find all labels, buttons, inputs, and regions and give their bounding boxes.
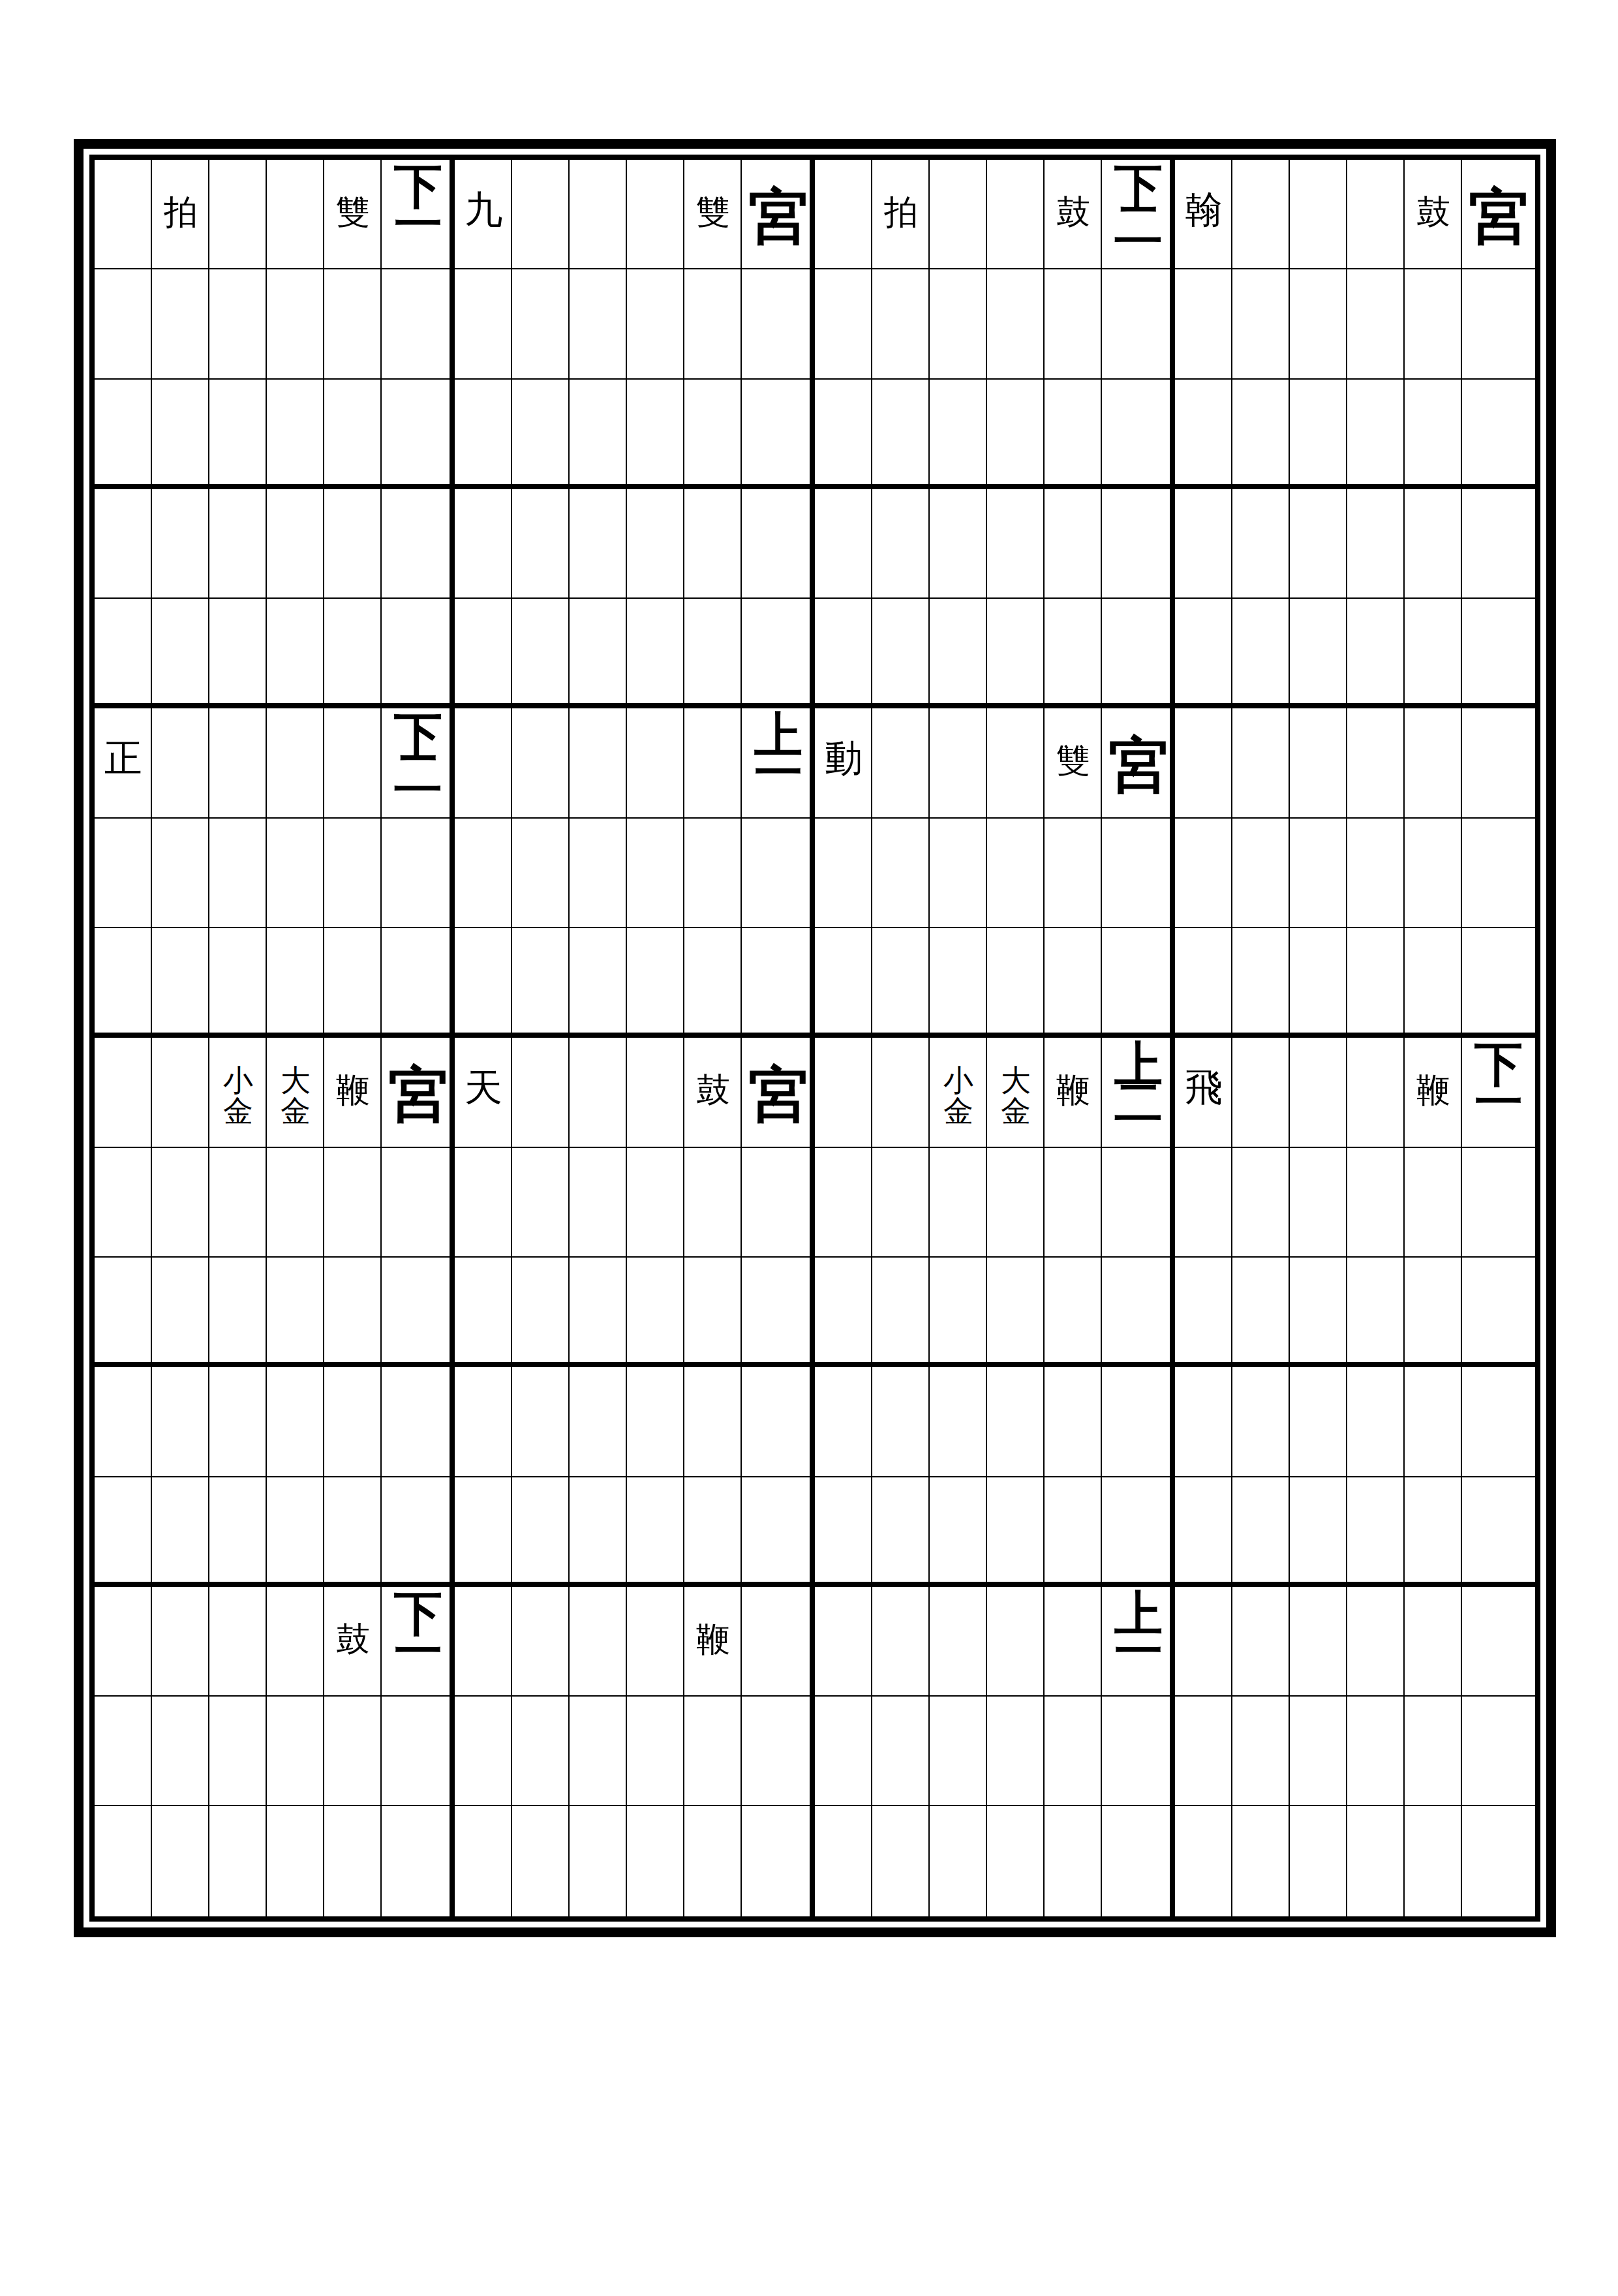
jeonggan-cell: [930, 1038, 987, 1147]
jeonggan-cell: [1102, 1258, 1175, 1367]
jeonggan-cell: [987, 708, 1045, 818]
jeonggan-cell: [95, 1697, 152, 1806]
jeonggan-cell: [95, 1148, 152, 1258]
jeonggan-cell: [512, 928, 570, 1038]
jeonggan-cell: [1462, 489, 1535, 599]
jeonggan-cell: [872, 1367, 930, 1477]
jeonggan-cell: [1347, 1697, 1405, 1806]
jeonggan-cell: [815, 1148, 872, 1258]
jeonggan-cell: [95, 1367, 152, 1477]
jeonggan-cell: [1045, 1697, 1102, 1806]
jeonggan-cell: [987, 1587, 1045, 1697]
jeonggan-cell: [1290, 1477, 1347, 1587]
jeonggan-cell: [267, 599, 324, 708]
jeongganbo-score-board: 拍雙下一九雙宮拍鼓下二翰鼓宮正下二上一動雙宮小金大金鞭宮天鼓宮小金大金鞭上二飛鞭…: [74, 139, 1556, 1937]
jeonggan-cell: [930, 708, 987, 818]
jeonggan-cell: [1102, 1038, 1175, 1147]
jeonggan-cell: [1232, 928, 1290, 1038]
jeonggan-cell: [1175, 160, 1232, 269]
jeonggan-cell: [324, 599, 382, 708]
jeonggan-cell: [1232, 819, 1290, 928]
jeonggan-cell: [987, 160, 1045, 269]
jeonggan-cell: [684, 1697, 742, 1806]
jeonggan-cell: [742, 1367, 815, 1477]
jeonggan-cell: [455, 1587, 512, 1697]
jeonggan-cell: [95, 269, 152, 379]
jeonggan-cell: [1405, 1697, 1462, 1806]
jeonggan-cell: [742, 599, 815, 708]
jeonggan-cell: [1045, 1587, 1102, 1697]
jeonggan-cell: [570, 928, 627, 1038]
jeonggan-cell: [627, 269, 684, 379]
jeonggan-cell: [512, 1806, 570, 1916]
jeonggan-cell: [742, 1697, 815, 1806]
jeonggan-cell: [1405, 380, 1462, 489]
jeonggan-cell: [324, 1477, 382, 1587]
jeonggan-cell: [815, 1367, 872, 1477]
jeonggan-cell: [987, 928, 1045, 1038]
jeonggan-cell: [455, 928, 512, 1038]
jeonggan-cell: [512, 1258, 570, 1367]
jeonggan-cell: [209, 489, 267, 599]
jeonggan-cell: [872, 160, 930, 269]
jeonggan-cell: [95, 1258, 152, 1367]
jeonggan-cell: [1175, 380, 1232, 489]
jeonggan-cell: [742, 269, 815, 379]
jeonggan-cell: [930, 160, 987, 269]
jeonggan-cell: [872, 489, 930, 599]
jeonggan-cell: [324, 1258, 382, 1367]
jeonggan-cell: [1232, 1148, 1290, 1258]
jeonggan-cell: [742, 819, 815, 928]
jeonggan-cell: [684, 708, 742, 818]
page: { "game": "jeongganbo (Korean court musi…: [0, 0, 1618, 2296]
jeonggan-cell: [872, 1258, 930, 1367]
jeonggan-cell: [267, 1477, 324, 1587]
jeonggan-cell: [1405, 599, 1462, 708]
jeonggan-cell: [1290, 708, 1347, 818]
jeonggan-cell: [742, 160, 815, 269]
jeonggan-cell: [1462, 160, 1535, 269]
jeonggan-cell: [152, 1806, 209, 1916]
jeonggan-cell: [872, 1477, 930, 1587]
jeonggan-cell: [570, 599, 627, 708]
jeonggan-cell: [1045, 1477, 1102, 1587]
jeonggan-cell: [382, 1587, 455, 1697]
jeonggan-cell: [1232, 599, 1290, 708]
jeonggan-cell: [627, 1697, 684, 1806]
jeonggan-cell: [872, 708, 930, 818]
jeonggan-cell: [1290, 1697, 1347, 1806]
jeonggan-cell: [930, 380, 987, 489]
jeonggan-cell: [872, 1148, 930, 1258]
jeonggan-cell: [382, 1258, 455, 1367]
jeonggan-cell: [95, 160, 152, 269]
jeonggan-cell: [267, 819, 324, 928]
jeonggan-cell: [1347, 1587, 1405, 1697]
jeonggan-cell: [872, 1697, 930, 1806]
jeonggan-cell: [930, 1806, 987, 1916]
jeonggan-cell: [930, 1587, 987, 1697]
jeonggan-cell: [1290, 160, 1347, 269]
jeonggan-cell: [1175, 819, 1232, 928]
jeonggan-cell: [987, 819, 1045, 928]
jeonggan-cell: [930, 1258, 987, 1367]
jeonggan-cell: [987, 599, 1045, 708]
jeonggan-cell: [324, 380, 382, 489]
jeonggan-cell: [1232, 1806, 1290, 1916]
jeonggan-cell: [1290, 1367, 1347, 1477]
jeonggan-cell: [512, 269, 570, 379]
jeonggan-cell: [1462, 1587, 1535, 1697]
jeonggan-cell: [872, 1806, 930, 1916]
jeonggan-cell: [1045, 1148, 1102, 1258]
jeonggan-cell: [152, 489, 209, 599]
jeonggan-cell: [987, 489, 1045, 599]
jeonggan-cell: [209, 1148, 267, 1258]
jeonggan-cell: [1232, 708, 1290, 818]
jeonggan-cell: [1232, 269, 1290, 379]
jeonggan-cell: [1102, 1367, 1175, 1477]
jeonggan-cell: [627, 928, 684, 1038]
jeonggan-cell: [1102, 599, 1175, 708]
jeonggan-cell: [742, 1477, 815, 1587]
jeonggan-cell: [267, 928, 324, 1038]
jeonggan-cell: [627, 160, 684, 269]
jeonggan-cell: [930, 1477, 987, 1587]
jeonggan-cell: [1462, 1477, 1535, 1587]
jeonggan-cell: [1462, 1697, 1535, 1806]
jeonggan-cell: [872, 1587, 930, 1697]
jeonggan-cell: [512, 1587, 570, 1697]
jeonggan-cell: [455, 1367, 512, 1477]
jeonggan-cell: [684, 1806, 742, 1916]
jeonggan-cell: [1347, 1148, 1405, 1258]
jeonggan-cell: [455, 1148, 512, 1258]
jeonggan-cell: [1462, 599, 1535, 708]
jeonggan-cell: [1102, 269, 1175, 379]
jeonggan-cell: [267, 380, 324, 489]
jeonggan-cell: [570, 1148, 627, 1258]
jeonggan-cell: [152, 1697, 209, 1806]
jeonggan-cell: [512, 160, 570, 269]
jeonggan-cell: [1462, 1258, 1535, 1367]
jeonggan-cell: [1462, 1038, 1535, 1147]
jeonggan-cell: [1405, 1587, 1462, 1697]
jeonggan-cell: [95, 380, 152, 489]
jeonggan-cell: [95, 1038, 152, 1147]
jeonggan-cell: [1347, 708, 1405, 818]
jeonggan-cell: [1175, 1038, 1232, 1147]
jeonggan-cell: [455, 269, 512, 379]
jeonggan-cell: [1462, 1806, 1535, 1916]
jeonggan-cell: [152, 380, 209, 489]
jeonggan-cell: [95, 708, 152, 818]
jeonggan-cell: [570, 1038, 627, 1147]
jeonggan-cell: [684, 1258, 742, 1367]
jeonggan-cell: [455, 1477, 512, 1587]
jeonggan-cell: [570, 819, 627, 928]
jeonggan-cell: [684, 928, 742, 1038]
jeonggan-cell: [684, 269, 742, 379]
jeonggan-cell: [1175, 928, 1232, 1038]
jeonggan-cell: [742, 1148, 815, 1258]
jeonggan-cell: [455, 708, 512, 818]
jeonggan-cell: [1175, 1148, 1232, 1258]
jeonggan-cell: [1045, 599, 1102, 708]
jeonggan-cell: [267, 489, 324, 599]
jeonggan-cell: [987, 380, 1045, 489]
jeonggan-cell: [570, 380, 627, 489]
jeonggan-cell: [267, 1258, 324, 1367]
jeonggan-cell: [1462, 708, 1535, 818]
jeonggan-cell: [324, 819, 382, 928]
jeonggan-cell: [627, 489, 684, 599]
jeonggan-cell: [512, 819, 570, 928]
jeonggan-cell: [1045, 1806, 1102, 1916]
jeonggan-cell: [1102, 1587, 1175, 1697]
jeonggan-cell: [382, 1806, 455, 1916]
jeonggan-cell: [1102, 1477, 1175, 1587]
jeonggan-cell: [152, 928, 209, 1038]
jeonggan-cell: [1405, 1148, 1462, 1258]
jeonggan-cell: [324, 1806, 382, 1916]
jeonggan-cell: [815, 1587, 872, 1697]
jeonggan-cell: [1045, 160, 1102, 269]
jeonggan-cell: [152, 1148, 209, 1258]
jeonggan-cell: [209, 269, 267, 379]
jeonggan-cell: [382, 380, 455, 489]
jeonggan-cell: [1290, 1258, 1347, 1367]
jeonggan-cell: [512, 489, 570, 599]
jeonggan-cell: [455, 1806, 512, 1916]
jeonggan-cell: [382, 819, 455, 928]
jeonggan-cell: [95, 1806, 152, 1916]
jeonggan-cell: [95, 599, 152, 708]
jeonggan-cell: [152, 269, 209, 379]
jeonggan-cell: [930, 599, 987, 708]
jeonggan-cell: [1045, 1258, 1102, 1367]
jeonggan-cell: [1232, 1587, 1290, 1697]
jeonggan-cell: [1347, 819, 1405, 928]
jeonggan-cell: [987, 1367, 1045, 1477]
jeonggan-cell: [455, 380, 512, 489]
jeonggan-cell: [987, 1806, 1045, 1916]
jeonggan-cell: [987, 1038, 1045, 1147]
jeonggan-cell: [627, 1038, 684, 1147]
jeonggan-cell: [1175, 489, 1232, 599]
jeonggan-cell: [1347, 1477, 1405, 1587]
jeonggan-cell: [815, 599, 872, 708]
jeonggan-cell: [324, 1697, 382, 1806]
jeonggan-cell: [742, 380, 815, 489]
jeonggan-cell: [324, 1367, 382, 1477]
jeonggan-cell: [209, 1258, 267, 1367]
jeonggan-cell: [684, 1587, 742, 1697]
jeonggan-cell: [1347, 599, 1405, 708]
jeonggan-cell: [209, 599, 267, 708]
jeonggan-cell: [512, 1477, 570, 1587]
jeonggan-cell: [1405, 489, 1462, 599]
jeonggan-cell: [1102, 928, 1175, 1038]
jeonggan-cell: [815, 1477, 872, 1587]
jeonggan-cell: [1290, 489, 1347, 599]
jeonggan-cell: [872, 380, 930, 489]
jeonggan-cell: [267, 1697, 324, 1806]
jeonggan-cell: [512, 380, 570, 489]
jeonggan-cell: [324, 1587, 382, 1697]
jeonggan-cell: [815, 380, 872, 489]
jeonggan-cell: [1232, 489, 1290, 599]
jeonggan-cell: [512, 1148, 570, 1258]
jeonggan-cell: [1405, 269, 1462, 379]
jeonggan-cell: [1290, 1806, 1347, 1916]
jeonggan-cell: [324, 708, 382, 818]
jeonggan-cell: [627, 819, 684, 928]
jeonggan-cell: [627, 1806, 684, 1916]
jeonggan-cell: [382, 599, 455, 708]
jeonggan-cell: [1462, 1148, 1535, 1258]
jeonggan-cell: [512, 1367, 570, 1477]
jeonggan-cell: [872, 928, 930, 1038]
jeonggan-cell: [684, 1367, 742, 1477]
jeonggan-cell: [1347, 928, 1405, 1038]
jeonggan-cell: [570, 1587, 627, 1697]
jeonggan-cell: [684, 380, 742, 489]
jeonggan-cell: [742, 1258, 815, 1367]
jeonggan-cell: [267, 1367, 324, 1477]
jeonggan-cell: [95, 1587, 152, 1697]
jeonggan-cell: [209, 708, 267, 818]
jeonggan-cell: [684, 1477, 742, 1587]
jeonggan-cell: [815, 1038, 872, 1147]
jeonggan-cell: [627, 599, 684, 708]
jeonggan-cell: [815, 708, 872, 818]
jeonggan-cell: [627, 1148, 684, 1258]
jeonggan-cell: [815, 819, 872, 928]
jeonggan-cell: [742, 489, 815, 599]
jeonggan-cell: [382, 269, 455, 379]
jeonggan-cell: [1045, 1038, 1102, 1147]
jeonggan-cell: [1045, 380, 1102, 489]
jeonggan-cell: [742, 928, 815, 1038]
jeonggan-cell: [684, 819, 742, 928]
jeonggan-cell: [1175, 1806, 1232, 1916]
jeonggan-cell: [930, 489, 987, 599]
jeonggan-cell: [1405, 1038, 1462, 1147]
jeonggan-cell: [209, 160, 267, 269]
jeonggan-cell: [1405, 819, 1462, 928]
jeonggan-cell: [152, 1367, 209, 1477]
jeonggan-cell: [627, 708, 684, 818]
jeonggan-cell: [152, 1038, 209, 1147]
jeonggan-cell: [267, 708, 324, 818]
jeonggan-cell: [152, 160, 209, 269]
jeonggan-cell: [209, 819, 267, 928]
jeonggan-cell: [1347, 269, 1405, 379]
jeonggan-cell: [872, 1038, 930, 1147]
jeonggan-cell: [324, 928, 382, 1038]
jeonggan-cell: [1232, 1477, 1290, 1587]
jeonggan-cell: [1102, 1697, 1175, 1806]
jeonggan-cell: [209, 928, 267, 1038]
jeonggan-cell: [382, 928, 455, 1038]
jeonggan-cell: [627, 1477, 684, 1587]
jeonggan-cell: [1175, 269, 1232, 379]
jeonggan-cell: [382, 489, 455, 599]
jeonggan-cell: [209, 1477, 267, 1587]
jeonggan-cell: [627, 1367, 684, 1477]
jeonggan-cell: [570, 1477, 627, 1587]
jeonggan-cell: [1102, 819, 1175, 928]
jeonggan-cell: [1405, 1477, 1462, 1587]
jeonggan-cell: [267, 1806, 324, 1916]
jeonggan-cell: [570, 160, 627, 269]
jeonggan-cell: [1102, 1806, 1175, 1916]
jeonggan-cell: [930, 1367, 987, 1477]
jeonggan-cell: [455, 1038, 512, 1147]
jeonggan-cell: [267, 1148, 324, 1258]
jeonggan-cell: [152, 819, 209, 928]
score-grid: 拍雙下一九雙宮拍鼓下二翰鼓宮正下二上一動雙宮小金大金鞭宮天鼓宮小金大金鞭上二飛鞭…: [89, 155, 1540, 1922]
jeonggan-cell: [815, 1258, 872, 1367]
jeonggan-cell: [324, 160, 382, 269]
jeonggan-cell: [1290, 1148, 1347, 1258]
jeonggan-cell: [1045, 819, 1102, 928]
jeonggan-cell: [1045, 1367, 1102, 1477]
jeonggan-cell: [455, 1258, 512, 1367]
jeonggan-cell: [872, 819, 930, 928]
jeonggan-cell: [1347, 380, 1405, 489]
jeonggan-cell: [267, 1038, 324, 1147]
jeonggan-cell: [382, 160, 455, 269]
jeonggan-cell: [1347, 1038, 1405, 1147]
jeonggan-cell: [512, 1697, 570, 1806]
jeonggan-cell: [1232, 1367, 1290, 1477]
jeonggan-cell: [1175, 1258, 1232, 1367]
jeonggan-cell: [152, 708, 209, 818]
jeonggan-cell: [1347, 1367, 1405, 1477]
jeonggan-cell: [1290, 1038, 1347, 1147]
jeonggan-cell: [815, 1697, 872, 1806]
jeonggan-cell: [1232, 1258, 1290, 1367]
jeonggan-cell: [152, 599, 209, 708]
jeonggan-cell: [1462, 1367, 1535, 1477]
jeonggan-cell: [570, 489, 627, 599]
jeonggan-cell: [987, 269, 1045, 379]
jeonggan-cell: [570, 1697, 627, 1806]
jeonggan-cell: [267, 160, 324, 269]
jeonggan-cell: [512, 1038, 570, 1147]
jeonggan-cell: [1405, 1367, 1462, 1477]
jeonggan-cell: [455, 599, 512, 708]
jeonggan-cell: [684, 599, 742, 708]
jeonggan-cell: [209, 1697, 267, 1806]
jeonggan-cell: [872, 599, 930, 708]
jeonggan-cell: [1175, 1587, 1232, 1697]
jeonggan-cell: [1102, 489, 1175, 599]
jeonggan-cell: [1102, 708, 1175, 818]
jeonggan-cell: [872, 269, 930, 379]
jeonggan-cell: [209, 1806, 267, 1916]
jeonggan-cell: [1405, 1806, 1462, 1916]
jeonggan-cell: [455, 1697, 512, 1806]
jeonggan-cell: [324, 1038, 382, 1147]
jeonggan-cell: [627, 1587, 684, 1697]
jeonggan-cell: [209, 1367, 267, 1477]
jeonggan-cell: [815, 269, 872, 379]
jeonggan-cell: [1045, 928, 1102, 1038]
